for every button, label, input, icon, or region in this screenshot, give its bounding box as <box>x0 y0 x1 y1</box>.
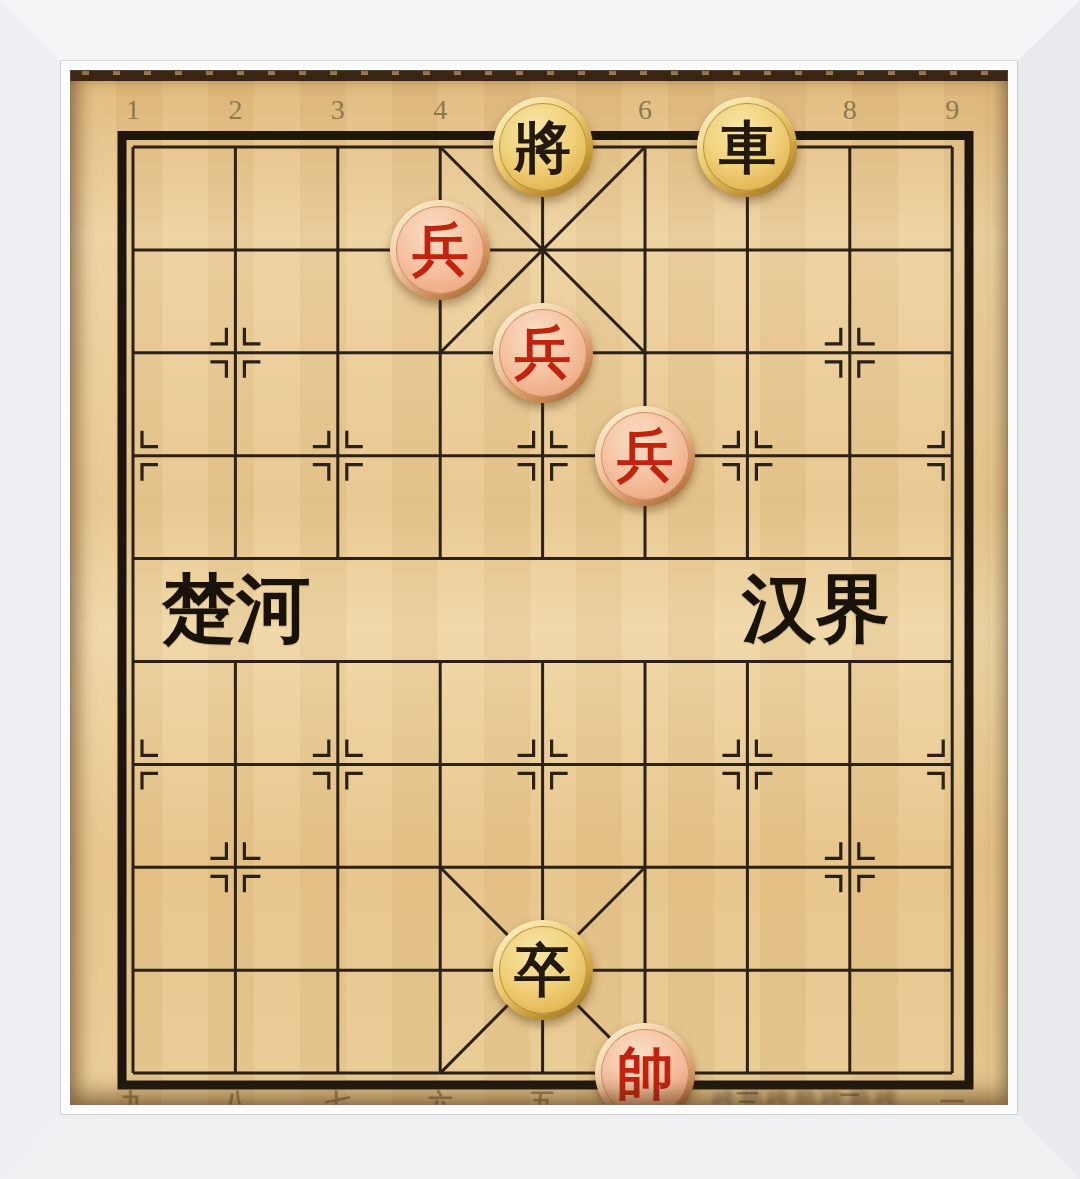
piece-black-chariot[interactable]: 車 <box>697 97 797 197</box>
piece-layer: 將車兵兵兵卒帥 <box>0 0 1080 1179</box>
piece-red-general[interactable]: 帥 <box>595 1023 695 1123</box>
piece-black-soldier[interactable]: 卒 <box>493 920 593 1020</box>
piece-glyph: 將 <box>514 119 571 176</box>
piece-glyph: 車 <box>719 119 776 176</box>
piece-red-soldier[interactable]: 兵 <box>595 406 695 506</box>
piece-glyph: 兵 <box>617 427 674 484</box>
piece-glyph: 帥 <box>617 1045 674 1102</box>
piece-glyph: 卒 <box>514 942 571 999</box>
piece-red-soldier[interactable]: 兵 <box>390 200 490 300</box>
piece-glyph: 兵 <box>412 221 469 278</box>
framed-xiangqi-board: 123456789 楚河 汉界 將車兵兵兵卒帥 九八七六五四三二一 残局残局残局… <box>0 0 1080 1179</box>
watermark: 残局残局残局残 <box>712 1086 998 1117</box>
piece-black-general[interactable]: 將 <box>493 97 593 197</box>
piece-glyph: 兵 <box>514 324 571 381</box>
piece-red-soldier[interactable]: 兵 <box>493 303 593 403</box>
